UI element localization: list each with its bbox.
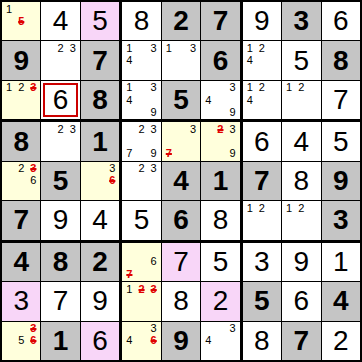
cell-r1c8[interactable]: 3 [282, 2, 320, 40]
pencil-marks: 123 [123, 283, 159, 319]
solved-digit: 5 [333, 128, 349, 156]
given-digit: 7 [254, 167, 270, 195]
cell-r1c7[interactable]: 9 [243, 2, 281, 40]
solved-digit: 2 [333, 327, 349, 355]
pencil-mark: 4 [202, 94, 214, 106]
pencil-mark: 4 [244, 94, 256, 106]
cell-r9c9[interactable]: 2 [322, 322, 360, 360]
pencil-mark: 7 [123, 148, 135, 160]
pencil-mark: 1 [123, 82, 135, 94]
pencil-mark-crossed: 2 [214, 123, 226, 135]
pencil-marks: 23 [123, 163, 159, 199]
solved-digit: 1 [333, 248, 349, 276]
solved-digit: 8 [254, 327, 270, 355]
pencil-mark-crossed: 3 [27, 323, 39, 335]
cell-r5c8[interactable]: 8 [282, 162, 320, 200]
pencil-marks: 356 [3, 323, 39, 359]
given-digit: 5 [173, 86, 189, 114]
cell-r1c5[interactable]: 2 [162, 2, 200, 40]
cell-r7c6[interactable]: 5 [201, 243, 239, 281]
pencil-mark: 3 [148, 323, 160, 335]
cell-r5c5[interactable]: 4 [162, 162, 200, 200]
given-digit: 2 [173, 7, 189, 35]
cell-r4c5[interactable]: 37 [162, 122, 200, 160]
pencil-mark: 4 [123, 335, 135, 347]
solved-digit: 5 [134, 206, 150, 234]
given-digit: 9 [173, 327, 189, 355]
cell-r5c9[interactable]: 9 [322, 162, 360, 200]
given-digit: 3 [333, 206, 349, 234]
cell-r1c2[interactable]: 4 [41, 2, 79, 40]
cell-r1c6[interactable]: 7 [201, 2, 239, 40]
pencil-marks: 1349 [123, 82, 159, 118]
pencil-marks: 15 [3, 3, 39, 39]
solved-digit: 4 [92, 206, 108, 234]
given-digit: 7 [294, 327, 310, 355]
pencil-marks: 13 [163, 42, 199, 78]
solved-digit: 5 [294, 47, 310, 75]
cell-r7c3[interactable]: 2 [81, 243, 119, 281]
cell-r9c5[interactable]: 9 [162, 322, 200, 360]
cell-r2c8[interactable]: 5 [282, 41, 320, 79]
cell-r6c1[interactable]: 7 [2, 201, 40, 239]
given-digit: 1 [213, 167, 229, 195]
cell-r2c2[interactable]: 23 [41, 41, 79, 79]
pencil-marks: 23 [42, 42, 78, 78]
cell-r2c3[interactable]: 7 [81, 41, 119, 79]
pencil-mark-crossed: 2 [135, 283, 147, 295]
cell-r6c5[interactable]: 6 [162, 201, 200, 239]
pencil-mark-crossed: 3 [148, 283, 160, 295]
pencil-marks: 34 [202, 323, 238, 359]
cell-r3c5[interactable]: 5 [162, 81, 200, 119]
given-digit: 6 [173, 206, 189, 234]
pencil-mark: 9 [227, 148, 239, 160]
solved-digit: 8 [134, 7, 150, 35]
cell-r4c1[interactable]: 8 [2, 122, 40, 160]
cell-r1c4[interactable]: 8 [122, 2, 160, 40]
cell-r6c4[interactable]: 5 [122, 201, 160, 239]
given-digit: 6 [213, 47, 229, 75]
pencil-mark-crossed: 3 [27, 82, 39, 94]
cell-r8c2[interactable]: 7 [41, 282, 79, 320]
cell-r4c9[interactable]: 5 [322, 122, 360, 160]
pencil-mark: 1 [283, 82, 295, 94]
pencil-mark: 2 [15, 163, 27, 175]
pencil-marks: 123 [3, 82, 39, 118]
cell-r4c8[interactable]: 4 [282, 122, 320, 160]
pencil-mark: 2 [256, 42, 268, 54]
given-digit: 4 [173, 167, 189, 195]
cell-r7c9[interactable]: 1 [322, 243, 360, 281]
pencil-marks: 12 [244, 202, 280, 238]
given-digit: 8 [333, 47, 349, 75]
cell-r4c7[interactable]: 6 [243, 122, 281, 160]
cell-r7c5[interactable]: 7 [162, 243, 200, 281]
pencil-mark: 4 [202, 335, 214, 347]
solved-digit: 6 [92, 327, 108, 355]
cell-r4c3[interactable]: 1 [81, 122, 119, 160]
solved-digit: 6 [254, 128, 270, 156]
cell-r2c1[interactable]: 9 [2, 41, 40, 79]
given-digit: 5 [53, 167, 69, 195]
pencil-mark: 2 [15, 82, 27, 94]
pencil-mark: 3 [187, 123, 199, 135]
pencil-mark: 4 [123, 55, 135, 67]
pencil-mark: 1 [3, 3, 15, 15]
solved-digit: 4 [53, 7, 69, 35]
pencil-marks: 124 [244, 42, 280, 78]
given-digit: 1 [92, 128, 108, 156]
pencil-mark: 2 [55, 42, 67, 54]
cell-r8c5[interactable]: 8 [162, 282, 200, 320]
cell-r3c3[interactable]: 8 [81, 81, 119, 119]
cell-r5c6[interactable]: 1 [201, 162, 239, 200]
cell-r7c8[interactable]: 9 [282, 243, 320, 281]
pencil-mark-crossed: 6 [148, 335, 160, 347]
pencil-mark: 9 [227, 106, 239, 118]
cell-r9c4[interactable]: 346 [122, 322, 160, 360]
pencil-marks: 124 [244, 82, 280, 118]
pencil-marks: 12 [283, 82, 319, 118]
pencil-mark: 9 [148, 148, 160, 160]
cell-r9c2[interactable]: 1 [41, 322, 79, 360]
cell-r4c2[interactable]: 23 [41, 122, 79, 160]
pencil-mark: 1 [244, 42, 256, 54]
pencil-mark: 1 [283, 202, 295, 214]
cell-r8c9[interactable]: 4 [322, 282, 360, 320]
given-digit: 1 [53, 327, 69, 355]
pencil-mark-crossed: 6 [27, 335, 39, 347]
cell-r6c3[interactable]: 4 [81, 201, 119, 239]
pencil-marks: 23 [42, 123, 78, 159]
cell-r5c4[interactable]: 23 [122, 162, 160, 200]
cell-r1c3[interactable]: 5 [81, 2, 119, 40]
solved-digit: 2 [213, 287, 229, 315]
pencil-marks: 346 [123, 323, 159, 359]
pencil-mark-crossed: 7 [163, 148, 175, 160]
cell-r3c8[interactable]: 12 [282, 81, 320, 119]
pencil-mark: 3 [227, 82, 239, 94]
cell-r2c6[interactable]: 6 [201, 41, 239, 79]
cell-r5c7[interactable]: 7 [243, 162, 281, 200]
cell-r3c4[interactable]: 1349 [122, 81, 160, 119]
pencil-mark-crossed: 6 [106, 175, 118, 187]
cell-r4c4[interactable]: 2379 [122, 122, 160, 160]
solved-digit: 5 [213, 248, 229, 276]
pencil-mark: 9 [148, 106, 160, 118]
given-digit: 8 [92, 86, 108, 114]
cell-r9c3[interactable]: 6 [81, 322, 119, 360]
cell-r9c7[interactable]: 8 [243, 322, 281, 360]
cell-r5c2[interactable]: 5 [41, 162, 79, 200]
pencil-mark: 2 [55, 123, 67, 135]
pencil-marks: 67 [123, 244, 159, 280]
pencil-mark: 3 [148, 82, 160, 94]
cell-r9c1[interactable]: 356 [2, 322, 40, 360]
solved-digit: 3 [13, 287, 29, 315]
cell-r3c2[interactable]: 6 [41, 81, 79, 119]
cell-r1c9[interactable]: 6 [322, 2, 360, 40]
pencil-mark: 2 [256, 202, 268, 214]
solved-digit: 3 [254, 248, 270, 276]
pencil-mark: 3 [187, 42, 199, 54]
cell-r9c6[interactable]: 34 [201, 322, 239, 360]
solved-digit: 9 [294, 248, 310, 276]
given-digit: 8 [53, 248, 69, 276]
pencil-marks: 12 [283, 202, 319, 238]
solved-digit: 8 [213, 206, 229, 234]
pencil-mark: 3 [67, 42, 79, 54]
pencil-mark: 3 [148, 42, 160, 54]
cell-r8c3[interactable]: 9 [81, 282, 119, 320]
pencil-mark: 2 [135, 123, 147, 135]
pencil-mark: 3 [227, 323, 239, 335]
pencil-mark: 2 [135, 163, 147, 175]
given-digit: 4 [13, 248, 29, 276]
pencil-mark: 3 [148, 163, 160, 175]
pencil-marks: 349 [202, 82, 238, 118]
cell-r7c2[interactable]: 8 [41, 243, 79, 281]
pencil-mark: 1 [244, 202, 256, 214]
cell-r5c3[interactable]: 36 [81, 162, 119, 200]
cell-r6c6[interactable]: 8 [201, 201, 239, 239]
cell-r8c6[interactable]: 2 [201, 282, 239, 320]
pencil-mark: 3 [148, 123, 160, 135]
cell-r6c2[interactable]: 9 [41, 201, 79, 239]
pencil-marks: 36 [82, 163, 118, 199]
solved-digit: 7 [173, 248, 189, 276]
pencil-marks: 2379 [123, 123, 159, 159]
cell-r2c7[interactable]: 124 [243, 41, 281, 79]
solved-digit: 8 [294, 167, 310, 195]
cell-r7c4[interactable]: 67 [122, 243, 160, 281]
solved-digit: 4 [294, 128, 310, 156]
solved-digit: 9 [254, 7, 270, 35]
cell-r6c8[interactable]: 12 [282, 201, 320, 239]
pencil-mark: 5 [15, 335, 27, 347]
given-digit: 3 [294, 7, 310, 35]
cell-r1c1[interactable]: 15 [2, 2, 40, 40]
solved-digit: 5 [92, 7, 108, 35]
pencil-marks: 239 [202, 123, 238, 159]
solved-digit: 7 [53, 287, 69, 315]
pencil-marks: 236 [3, 163, 39, 199]
cell-r7c7[interactable]: 3 [243, 243, 281, 281]
given-digit: 8 [13, 128, 29, 156]
cell-r7c1[interactable]: 4 [2, 243, 40, 281]
pencil-mark: 1 [123, 42, 135, 54]
solved-digit: 6 [294, 287, 310, 315]
solved-digit: 9 [92, 287, 108, 315]
cell-r8c4[interactable]: 123 [122, 282, 160, 320]
cell-r4c6[interactable]: 239 [201, 122, 239, 160]
pencil-mark: 2 [295, 202, 307, 214]
cell-r2c4[interactable]: 134 [122, 41, 160, 79]
cell-r2c5[interactable]: 13 [162, 41, 200, 79]
pencil-mark: 4 [123, 94, 135, 106]
cell-r8c8[interactable]: 6 [282, 282, 320, 320]
given-digit: 2 [92, 248, 108, 276]
pencil-mark-crossed: 3 [27, 163, 39, 175]
cell-r6c9[interactable]: 3 [322, 201, 360, 239]
cell-r5c1[interactable]: 236 [2, 162, 40, 200]
cell-r3c6[interactable]: 349 [201, 81, 239, 119]
pencil-mark: 3 [67, 123, 79, 135]
pencil-mark-crossed: 5 [15, 15, 27, 27]
pencil-mark: 1 [123, 283, 135, 295]
cell-r6c7[interactable]: 12 [243, 201, 281, 239]
pencil-mark: 2 [256, 82, 268, 94]
cell-r9c8[interactable]: 7 [282, 322, 320, 360]
pencil-mark: 2 [295, 82, 307, 94]
given-digit: 4 [333, 287, 349, 315]
given-digit: 7 [92, 47, 108, 75]
pencil-mark: 3 [106, 163, 118, 175]
pencil-mark: 4 [244, 55, 256, 67]
pencil-marks: 37 [163, 123, 199, 159]
pencil-marks: 134 [123, 42, 159, 78]
pencil-mark: 6 [148, 256, 160, 268]
pencil-mark: 1 [163, 42, 175, 54]
solved-digit: 6 [53, 86, 69, 114]
cell-r3c9[interactable]: 7 [322, 81, 360, 119]
cell-r2c9[interactable]: 8 [322, 41, 360, 79]
pencil-mark: 1 [3, 82, 15, 94]
solved-digit: 7 [333, 86, 349, 114]
solved-digit: 8 [173, 287, 189, 315]
pencil-mark: 1 [244, 82, 256, 94]
solved-digit: 9 [53, 206, 69, 234]
cell-r3c7[interactable]: 124 [243, 81, 281, 119]
pencil-mark: 3 [227, 123, 239, 135]
solved-digit: 6 [333, 7, 349, 35]
given-digit: 5 [254, 287, 270, 315]
cell-r8c7[interactable]: 5 [243, 282, 281, 320]
cell-r3c1[interactable]: 123 [2, 81, 40, 119]
cell-r8c1[interactable]: 3 [2, 282, 40, 320]
given-digit: 9 [333, 167, 349, 195]
given-digit: 7 [213, 7, 229, 35]
pencil-mark: 6 [27, 175, 39, 187]
sudoku-board: 1545827936923713413612458123681349534912… [0, 0, 362, 362]
pencil-mark-crossed: 7 [123, 268, 135, 280]
given-digit: 7 [13, 206, 29, 234]
given-digit: 9 [13, 47, 29, 75]
